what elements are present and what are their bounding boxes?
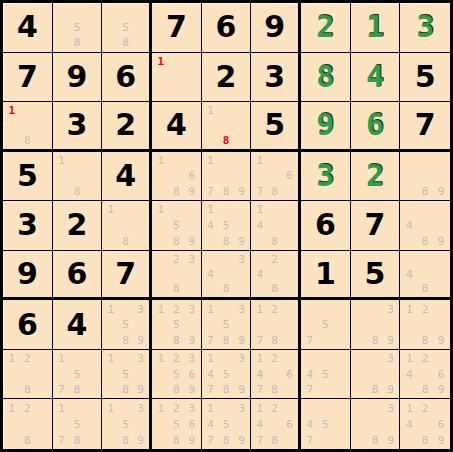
candidate-digit: 8 [417, 233, 433, 249]
cell-value: 6 [315, 210, 336, 240]
cell-r7c8[interactable]: 389 [351, 300, 401, 350]
candidate-digit: 8 [267, 382, 282, 398]
cell-value: 9 [316, 110, 334, 140]
candidate-digit: 2 [20, 400, 36, 416]
candidate-digit: 2 [20, 351, 36, 367]
cell-r4c1[interactable]: 5 [3, 152, 53, 202]
cell-value: 2 [216, 62, 237, 92]
cell-r1c3[interactable]: 58 [102, 3, 152, 53]
cell-value: 9 [17, 259, 38, 289]
candidate-digit: 2 [169, 252, 185, 267]
cell-r5c1[interactable]: 3 [3, 201, 53, 251]
candidate-digit: 9 [383, 382, 399, 398]
cell-r7c9[interactable]: 1289 [400, 300, 450, 350]
candidate-digit: 1 [252, 202, 267, 218]
candidate-digit: 7 [203, 382, 219, 398]
candidate-digit: 1 [103, 202, 118, 218]
candidate-digit: 8 [20, 133, 36, 148]
cell-r2c3[interactable]: 6 [102, 53, 152, 103]
candidate-digit: 9 [433, 382, 449, 398]
candidate-digit: 2 [417, 351, 433, 367]
cell-r2c8[interactable]: 4 [351, 53, 401, 103]
candidate-digit: 1 [4, 400, 20, 416]
candidate-digit: 9 [383, 432, 399, 448]
candidate-digit: 3 [133, 400, 148, 416]
candidate-grid: 1345789 [203, 400, 250, 448]
candidate-digit: 3 [234, 351, 250, 367]
candidate-digit: 9 [433, 184, 449, 200]
cell-r8c7[interactable]: 457 [301, 350, 351, 400]
candidate-digit: 4 [203, 218, 219, 234]
cell-value: 7 [17, 62, 38, 92]
cell-r2c5[interactable]: 2 [202, 53, 252, 103]
candidate-digit: 7 [54, 382, 70, 398]
cell-value: 4 [366, 62, 384, 92]
cell-value: 6 [67, 259, 88, 289]
candidate-grid: 18 [54, 153, 101, 200]
candidate-digit: 3 [184, 351, 200, 367]
candidate-digit: 5 [218, 218, 234, 234]
candidate-digit: 8 [69, 35, 85, 51]
candidate-digit: 1 [252, 301, 267, 317]
candidate-digit: 5 [169, 366, 185, 382]
candidate-digit: 1 [103, 301, 118, 317]
candidate-grid: 58 [54, 4, 101, 51]
candidate-digit: 7 [302, 432, 318, 448]
candidate-digit: 8 [118, 382, 133, 398]
candidate-digit: 1 [153, 301, 169, 317]
cell-r7c7[interactable]: 57 [301, 300, 351, 350]
cell-r7c5[interactable]: 135789 [202, 300, 252, 350]
cell-r9c9[interactable]: 124689 [400, 399, 450, 449]
candidate-digit: 1 [401, 301, 417, 317]
candidate-digit: 2 [169, 400, 185, 416]
cell-r5c8[interactable]: 7 [351, 201, 401, 251]
candidate-digit: 5 [118, 317, 133, 333]
candidate-digit: 7 [302, 332, 318, 348]
cell-r4c3[interactable]: 4 [102, 152, 152, 202]
candidate-grid: 348 [203, 252, 250, 297]
candidate-digit: 6 [184, 168, 200, 184]
candidate-digit: 7 [252, 432, 267, 448]
cell-r6c3[interactable]: 7 [102, 251, 152, 301]
cell-value: 3 [17, 210, 38, 240]
candidate-digit: 8 [169, 281, 185, 296]
candidate-grid: 389 [352, 351, 399, 398]
candidate-digit: 5 [169, 416, 185, 432]
candidate-digit: 9 [184, 233, 200, 249]
candidate-digit: 6 [282, 366, 297, 382]
cell-r1c5[interactable]: 6 [202, 3, 252, 53]
candidate-digit: 3 [234, 301, 250, 317]
candidate-digit: 1 [54, 153, 70, 169]
candidate-digit: 3 [234, 252, 250, 267]
cell-r9c8[interactable]: 389 [351, 399, 401, 449]
candidate-digit: 1 [203, 202, 219, 218]
candidate-digit: 8 [218, 432, 234, 448]
candidate-grid: 389 [352, 301, 399, 348]
cell-r5c7[interactable]: 6 [301, 201, 351, 251]
cell-value: 1 [315, 259, 336, 289]
candidate-digit: 2 [267, 351, 282, 367]
cell-value: 6 [216, 12, 237, 42]
candidate-grid: 1278 [252, 301, 297, 348]
cell-value: 2 [316, 12, 334, 42]
cell-r1c1[interactable]: 4 [3, 3, 53, 53]
cell-r6c5[interactable]: 348 [202, 251, 252, 301]
candidate-digit: 8 [417, 184, 433, 200]
cell-value: 3 [316, 161, 334, 191]
candidate-digit: 1 [252, 400, 267, 416]
candidate-digit: 8 [69, 382, 85, 398]
candidate-digit: 7 [203, 332, 219, 348]
cell-r5c9[interactable]: 489 [400, 201, 450, 251]
cell-r2c1[interactable]: 7 [3, 53, 53, 103]
cell-r4c5[interactable]: 1789 [202, 152, 252, 202]
cell-r3c6[interactable]: 5 [251, 102, 301, 152]
candidate-digit: 8 [118, 432, 133, 448]
candidate-digit: 1 [203, 351, 219, 367]
cell-r8c9[interactable]: 124689 [400, 350, 450, 400]
candidate-digit: 5 [218, 366, 234, 382]
candidate-digit: 8 [20, 432, 36, 448]
candidate-digit: 4 [401, 416, 417, 432]
cell-value: 4 [67, 310, 88, 340]
cell-r8c3[interactable]: 13589 [102, 350, 152, 400]
cell-r3c4[interactable]: 4 [152, 102, 202, 152]
candidate-digit: 1 [203, 153, 219, 169]
cell-r9c7[interactable]: 457 [301, 399, 351, 449]
candidate-digit: 3 [383, 351, 399, 367]
candidate-digit: 8 [417, 332, 433, 348]
candidate-digit: 5 [69, 366, 85, 382]
candidate-digit: 8 [169, 382, 185, 398]
cell-value: 6 [366, 110, 384, 140]
cell-r6c6[interactable]: 248 [251, 251, 301, 301]
candidate-digit: 6 [282, 416, 297, 432]
candidate-digit: 8 [218, 233, 234, 249]
cell-r6c9[interactable]: 48 [400, 251, 450, 301]
candidate-digit: 5 [318, 317, 334, 333]
candidate-digit: 8 [218, 382, 234, 398]
candidate-digit: 4 [252, 218, 267, 234]
candidate-digit: 6 [184, 366, 200, 382]
cell-r5c2[interactable]: 2 [53, 201, 103, 251]
candidate-digit: 9 [133, 432, 148, 448]
candidate-digit: 9 [184, 332, 200, 348]
candidate-digit: 5 [69, 20, 85, 36]
candidate-digit: 8 [417, 382, 433, 398]
candidate-digit: 1 [153, 351, 169, 367]
candidate-digit: 9 [234, 432, 250, 448]
candidate-digit: 8 [417, 432, 433, 448]
cell-r4c2[interactable]: 18 [53, 152, 103, 202]
candidate-grid: 1578 [54, 400, 101, 448]
candidate-digit: 3 [383, 301, 399, 317]
candidate-digit: 4 [302, 416, 318, 432]
cell-r1c9[interactable]: 3 [400, 3, 450, 53]
candidate-digit: 5 [318, 366, 334, 382]
candidate-grid: 1235689 [153, 351, 200, 398]
candidate-grid: 135789 [203, 301, 250, 348]
cell-value: 8 [316, 62, 334, 92]
candidate-digit: 1 [4, 351, 20, 367]
cell-r4c7[interactable]: 3 [301, 152, 351, 202]
candidate-digit: 8 [417, 281, 433, 296]
candidate-digit: 1 [203, 103, 219, 118]
candidate-grid: 18 [103, 202, 148, 249]
cell-value: 2 [115, 110, 136, 140]
cell-r5c3[interactable]: 18 [102, 201, 152, 251]
cell-value: 3 [67, 110, 88, 140]
cell-r7c4[interactable]: 123589 [152, 300, 202, 350]
candidate-digit: 7 [252, 332, 267, 348]
candidate-digit: 2 [267, 301, 282, 317]
candidate-grid: 1235689 [153, 400, 200, 448]
cell-r1c2[interactable]: 58 [53, 3, 103, 53]
candidate-digit: 8 [267, 184, 282, 200]
candidate-grid: 1589 [153, 202, 200, 249]
candidate-digit: 9 [433, 332, 449, 348]
candidate-digit-highlight: 8 [218, 133, 234, 148]
candidate-digit: 8 [367, 332, 383, 348]
candidate-grid: 124689 [401, 351, 449, 398]
candidate-digit: 5 [218, 416, 234, 432]
cell-r6c7[interactable]: 1 [301, 251, 351, 301]
candidate-digit: 9 [234, 382, 250, 398]
candidate-digit: 6 [282, 168, 297, 184]
candidate-digit: 9 [234, 233, 250, 249]
cell-r3c2[interactable]: 3 [53, 102, 103, 152]
candidate-grid: 238 [153, 252, 200, 297]
candidate-digit: 4 [252, 366, 267, 382]
candidate-digit-highlight: 1 [4, 103, 20, 118]
cell-r8c8[interactable]: 389 [351, 350, 401, 400]
candidate-grid: 148 [252, 202, 297, 249]
candidate-digit: 8 [169, 184, 185, 200]
cell-r6c8[interactable]: 5 [351, 251, 401, 301]
candidate-digit: 1 [153, 400, 169, 416]
candidate-digit: 8 [267, 432, 282, 448]
candidate-grid: 1678 [252, 153, 297, 200]
candidate-digit: 4 [252, 267, 267, 282]
cell-value: 7 [166, 12, 187, 42]
candidate-digit: 9 [133, 332, 148, 348]
cell-r8c4[interactable]: 1235689 [152, 350, 202, 400]
candidate-digit: 8 [169, 332, 185, 348]
candidate-digit: 4 [302, 366, 318, 382]
candidate-digit: 8 [169, 432, 185, 448]
candidate-grid: 48 [401, 252, 449, 297]
cell-r5c6[interactable]: 148 [251, 201, 301, 251]
cell-value: 6 [17, 310, 38, 340]
candidate-digit: 2 [169, 301, 185, 317]
candidate-grid: 128 [4, 351, 51, 398]
candidate-grid: 124678 [252, 351, 297, 398]
cell-value: 5 [264, 110, 285, 140]
cell-r5c5[interactable]: 14589 [202, 201, 252, 251]
candidate-digit: 3 [184, 252, 200, 267]
candidate-digit: 7 [252, 382, 267, 398]
candidate-digit: 5 [169, 317, 185, 333]
candidate-grid: 1345789 [203, 351, 250, 398]
candidate-digit: 1 [203, 400, 219, 416]
candidate-digit: 8 [367, 432, 383, 448]
cell-r1c4[interactable]: 7 [152, 3, 202, 53]
candidate-digit: 5 [169, 218, 185, 234]
cell-r3c7[interactable]: 9 [301, 102, 351, 152]
candidate-digit: 5 [118, 20, 133, 36]
candidate-digit: 2 [417, 400, 433, 416]
candidate-grid: 14589 [203, 202, 250, 249]
cell-r4c4[interactable]: 1689 [152, 152, 202, 202]
candidate-digit: 9 [433, 233, 449, 249]
cell-r6c1[interactable]: 9 [3, 251, 53, 301]
cell-r6c4[interactable]: 238 [152, 251, 202, 301]
candidate-grid: 57 [302, 301, 349, 348]
cell-r9c5[interactable]: 1345789 [202, 399, 252, 449]
candidate-digit: 2 [169, 351, 185, 367]
candidate-digit: 5 [118, 416, 133, 432]
candidate-grid: 389 [352, 400, 399, 448]
candidate-grid: 457 [302, 400, 349, 448]
candidate-digit: 3 [184, 301, 200, 317]
cell-r7c6[interactable]: 1278 [251, 300, 301, 350]
candidate-digit: 1 [54, 351, 70, 367]
candidate-digit: 1 [153, 153, 169, 169]
candidate-digit: 1 [401, 351, 417, 367]
cell-r7c1[interactable]: 6 [3, 300, 53, 350]
cell-r9c6[interactable]: 124678 [251, 399, 301, 449]
candidate-digit: 8 [218, 281, 234, 296]
candidate-digit: 3 [133, 351, 148, 367]
cell-r3c5[interactable]: 18 [202, 102, 252, 152]
candidate-digit: 4 [401, 366, 417, 382]
cell-r1c7[interactable]: 2 [301, 3, 351, 53]
candidate-grid: 13589 [103, 400, 148, 448]
candidate-digit: 9 [184, 382, 200, 398]
candidate-digit: 8 [267, 281, 282, 296]
cell-r4c9[interactable]: 89 [400, 152, 450, 202]
cell-value: 3 [416, 12, 434, 42]
candidate-digit: 7 [203, 184, 219, 200]
cell-r9c3[interactable]: 13589 [102, 399, 152, 449]
cell-r9c2[interactable]: 1578 [53, 399, 103, 449]
candidate-digit: 1 [401, 400, 417, 416]
candidate-grid: 1289 [401, 301, 449, 348]
candidate-digit: 9 [433, 432, 449, 448]
candidate-digit: 6 [433, 416, 449, 432]
cell-r8c6[interactable]: 124678 [251, 350, 301, 400]
candidate-digit: 8 [118, 332, 133, 348]
cell-r8c2[interactable]: 1578 [53, 350, 103, 400]
candidate-digit: 4 [252, 416, 267, 432]
cell-r2c9[interactable]: 5 [400, 53, 450, 103]
candidate-digit: 3 [383, 400, 399, 416]
candidate-grid: 489 [401, 202, 449, 249]
candidate-digit: 1 [54, 400, 70, 416]
cell-r3c3[interactable]: 2 [102, 102, 152, 152]
cell-value: 9 [264, 12, 285, 42]
candidate-grid: 18 [203, 103, 250, 148]
candidate-grid: 248 [252, 252, 297, 297]
cell-value: 5 [365, 259, 386, 289]
candidate-digit: 1 [103, 351, 118, 367]
cell-r8c5[interactable]: 1345789 [202, 350, 252, 400]
cell-value: 2 [366, 161, 384, 191]
cell-r2c7[interactable]: 8 [301, 53, 351, 103]
cell-r1c8[interactable]: 1 [351, 3, 401, 53]
candidate-digit: 5 [218, 317, 234, 333]
cell-r9c4[interactable]: 1235689 [152, 399, 202, 449]
candidate-digit: 8 [69, 432, 85, 448]
cell-r2c2[interactable]: 9 [53, 53, 103, 103]
cell-r7c3[interactable]: 13589 [102, 300, 152, 350]
cell-r4c8[interactable]: 2 [351, 152, 401, 202]
candidate-grid: 123589 [153, 301, 200, 348]
cell-r7c2[interactable]: 4 [53, 300, 103, 350]
candidate-digit: 8 [267, 332, 282, 348]
candidate-digit: 4 [401, 218, 417, 234]
cell-r2c4[interactable]: 1 [152, 53, 202, 103]
candidate-grid: 1 [153, 54, 200, 101]
candidate-digit: 3 [133, 301, 148, 317]
candidate-digit: 5 [318, 416, 334, 432]
cell-value: 4 [166, 110, 187, 140]
candidate-digit: 8 [218, 332, 234, 348]
cell-r9c1[interactable]: 128 [3, 399, 53, 449]
candidate-grid: 58 [103, 4, 148, 51]
cell-r3c8[interactable]: 6 [351, 102, 401, 152]
cell-r3c1[interactable]: 81 [3, 102, 53, 152]
cell-r2c6[interactable]: 3 [251, 53, 301, 103]
candidate-digit: 3 [184, 400, 200, 416]
cell-r5c4[interactable]: 1589 [152, 201, 202, 251]
cell-value: 7 [115, 259, 136, 289]
candidate-grid: 13589 [103, 351, 148, 398]
candidate-digit: 7 [252, 184, 267, 200]
cell-r1c6[interactable]: 9 [251, 3, 301, 53]
cell-value: 6 [115, 62, 136, 92]
candidate-digit: 8 [367, 382, 383, 398]
cell-r3c9[interactable]: 7 [400, 102, 450, 152]
candidate-digit: 8 [267, 233, 282, 249]
cell-value: 1 [366, 12, 384, 42]
candidate-digit-highlight: 1 [153, 54, 169, 70]
cell-r4c6[interactable]: 1678 [251, 152, 301, 202]
candidate-digit: 6 [433, 366, 449, 382]
candidate-grid: 128 [4, 400, 51, 448]
candidate-digit: 9 [234, 184, 250, 200]
candidate-digit: 8 [118, 233, 133, 249]
candidate-digit: 7 [302, 382, 318, 398]
candidate-digit: 8 [20, 382, 36, 398]
candidate-digit: 1 [252, 351, 267, 367]
candidate-digit: 9 [133, 382, 148, 398]
candidate-digit: 1 [153, 202, 169, 218]
candidate-grid: 89 [401, 153, 449, 200]
candidate-digit: 7 [54, 432, 70, 448]
candidate-digit: 2 [267, 400, 282, 416]
candidate-digit: 7 [203, 432, 219, 448]
candidate-digit: 5 [118, 366, 133, 382]
candidate-grid: 1789 [203, 153, 250, 200]
candidate-digit: 4 [401, 267, 417, 282]
cell-value: 4 [17, 12, 38, 42]
candidate-grid: 13589 [103, 301, 148, 348]
cell-r6c2[interactable]: 6 [53, 251, 103, 301]
cell-r8c1[interactable]: 128 [3, 350, 53, 400]
